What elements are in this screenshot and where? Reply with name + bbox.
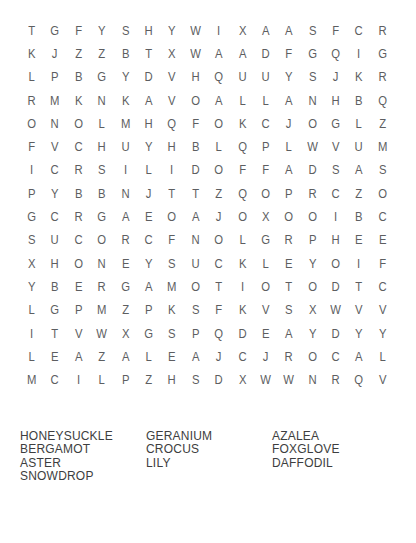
grid-cell[interactable]: F <box>184 112 206 135</box>
grid-cell[interactable]: H <box>138 19 160 42</box>
grid-cell[interactable]: W <box>91 322 113 345</box>
grid-cell[interactable]: W <box>278 368 300 391</box>
grid-cell[interactable]: D <box>255 42 277 65</box>
grid-cell[interactable]: V <box>161 89 183 112</box>
grid-cell[interactable]: G <box>44 19 66 42</box>
grid-cell[interactable]: E <box>278 252 300 275</box>
grid-cell[interactable]: K <box>161 299 183 322</box>
grid-cell[interactable]: J <box>325 66 347 89</box>
grid-cell[interactable]: B <box>184 135 206 158</box>
grid-cell[interactable]: O <box>161 205 183 228</box>
grid-cell[interactable]: F <box>278 42 300 65</box>
grid-cell[interactable]: R <box>301 182 323 205</box>
grid-cell[interactable]: I <box>231 275 253 298</box>
word-item: HONEYSUCKLE <box>20 430 113 443</box>
grid-cell[interactable]: F <box>231 159 253 182</box>
grid-cell[interactable]: R <box>278 229 300 252</box>
grid-cell[interactable]: T <box>161 182 183 205</box>
grid-cell[interactable]: O <box>184 275 206 298</box>
grid-cell[interactable]: E <box>348 229 370 252</box>
grid-cell[interactable]: S <box>161 322 183 345</box>
grid-cell[interactable]: V <box>44 135 66 158</box>
grid-cell[interactable]: K <box>21 42 43 65</box>
grid-cell[interactable]: L <box>21 66 43 89</box>
grid-cell[interactable]: C <box>44 159 66 182</box>
grid-cell[interactable]: A <box>184 345 206 368</box>
grid-cell[interactable]: M <box>161 275 183 298</box>
grid-cell[interactable]: O <box>21 112 43 135</box>
grid-cell[interactable]: Y <box>138 252 160 275</box>
grid-cell[interactable]: A <box>278 322 300 345</box>
grid-cell[interactable]: C <box>255 112 277 135</box>
grid-cell[interactable]: Y <box>372 322 394 345</box>
grid-cell[interactable]: V <box>372 299 394 322</box>
grid-cell[interactable]: I <box>348 252 370 275</box>
grid-cell[interactable]: T <box>138 42 160 65</box>
grid-cell[interactable]: L <box>208 135 230 158</box>
grid-cell[interactable]: U <box>348 135 370 158</box>
grid-cell[interactable]: Y <box>301 322 323 345</box>
grid-cell[interactable]: R <box>21 89 43 112</box>
grid-cell[interactable]: Y <box>348 322 370 345</box>
grid-cell[interactable]: S <box>91 159 113 182</box>
grid-cell[interactable]: O <box>325 252 347 275</box>
grid-cell[interactable]: C <box>231 345 253 368</box>
grid-cell[interactable]: G <box>91 66 113 89</box>
grid-cell[interactable]: N <box>91 89 113 112</box>
grid-cell[interactable]: E <box>138 205 160 228</box>
grid-cell[interactable]: A <box>138 89 160 112</box>
grid-cell[interactable]: C <box>138 229 160 252</box>
word-list-column-2: GERANIUMCROCUSLILY <box>146 430 212 470</box>
grid-cell[interactable]: J <box>255 345 277 368</box>
grid-cell[interactable]: C <box>67 229 89 252</box>
grid-cell[interactable]: O <box>301 345 323 368</box>
grid-cell[interactable]: Y <box>21 275 43 298</box>
grid-cell[interactable]: O <box>301 205 323 228</box>
grid-cell[interactable]: L <box>21 299 43 322</box>
grid-cell[interactable]: I <box>67 368 89 391</box>
grid-cell[interactable]: G <box>372 42 394 65</box>
grid-cell[interactable]: Q <box>372 89 394 112</box>
grid-cell[interactable]: J <box>138 182 160 205</box>
grid-cell[interactable]: O <box>372 182 394 205</box>
grid-cell[interactable]: Z <box>114 299 136 322</box>
grid-cell[interactable]: I <box>348 42 370 65</box>
grid-cell[interactable]: B <box>91 182 113 205</box>
grid-cell[interactable]: N <box>91 252 113 275</box>
grid-cell[interactable]: W <box>184 19 206 42</box>
grid-cell[interactable]: J <box>278 112 300 135</box>
grid-cell[interactable]: I <box>114 159 136 182</box>
grid-cell[interactable]: R <box>325 368 347 391</box>
grid-cell[interactable]: A <box>348 159 370 182</box>
grid-cell[interactable]: T <box>278 275 300 298</box>
grid-cell[interactable]: H <box>91 135 113 158</box>
grid-cell[interactable]: L <box>138 159 160 182</box>
grid-cell[interactable]: B <box>348 205 370 228</box>
grid-cell[interactable]: N <box>184 229 206 252</box>
grid-cell[interactable]: Q <box>348 368 370 391</box>
grid-cell[interactable]: O <box>208 159 230 182</box>
grid-cell[interactable]: A <box>114 205 136 228</box>
grid-cell[interactable]: S <box>184 368 206 391</box>
grid-cell[interactable]: V <box>372 368 394 391</box>
grid-cell[interactable]: A <box>278 89 300 112</box>
grid-cell[interactable]: P <box>278 182 300 205</box>
grid-cell[interactable]: D <box>138 66 160 89</box>
grid-cell[interactable]: X <box>255 205 277 228</box>
grid-cell[interactable]: S <box>325 159 347 182</box>
word-list-column-1: HONEYSUCKLEBERGAMOTASTERSNOWDROP <box>20 430 113 484</box>
grid-cell[interactable]: D <box>301 159 323 182</box>
grid-cell[interactable]: C <box>44 205 66 228</box>
grid-cell[interactable]: M <box>114 112 136 135</box>
grid-cell[interactable]: R <box>91 275 113 298</box>
grid-cell[interactable]: U <box>231 66 253 89</box>
grid-cell[interactable]: V <box>325 135 347 158</box>
grid-cell[interactable]: Q <box>231 135 253 158</box>
grid-cell[interactable]: L <box>231 229 253 252</box>
grid-cell[interactable]: N <box>44 112 66 135</box>
word-item: GERANIUM <box>146 430 212 443</box>
grid-cell[interactable]: R <box>67 205 89 228</box>
grid-cell[interactable]: C <box>348 19 370 42</box>
grid-cell[interactable]: Q <box>161 112 183 135</box>
grid-cell[interactable]: A <box>278 19 300 42</box>
grid-cell[interactable]: B <box>348 89 370 112</box>
grid-cell[interactable]: O <box>278 205 300 228</box>
grid-cell[interactable]: V <box>161 66 183 89</box>
grid-cell[interactable]: O <box>301 275 323 298</box>
grid-cell[interactable]: P <box>67 299 89 322</box>
grid-cell[interactable]: D <box>325 275 347 298</box>
grid-cell[interactable]: O <box>231 205 253 228</box>
grid-cell[interactable]: G <box>138 322 160 345</box>
word-search-page: TGFYSHYWIXAASFCRKJZZBTXWAADFGQIGLPBGYDVH… <box>0 0 416 543</box>
grid-cell[interactable]: A <box>67 345 89 368</box>
grid-cell[interactable]: U <box>184 252 206 275</box>
grid-cell[interactable]: Z <box>372 112 394 135</box>
grid-cell[interactable]: O <box>208 112 230 135</box>
grid-cell[interactable]: C <box>325 345 347 368</box>
grid-cell[interactable]: G <box>301 42 323 65</box>
grid-cell[interactable]: C <box>44 368 66 391</box>
grid-cell[interactable]: P <box>138 299 160 322</box>
grid-cell[interactable]: F <box>161 229 183 252</box>
grid-cell[interactable]: W <box>255 368 277 391</box>
grid-cell[interactable]: Y <box>301 252 323 275</box>
grid-cell[interactable]: T <box>208 275 230 298</box>
grid-cell[interactable]: Y <box>91 19 113 42</box>
grid-cell[interactable]: I <box>21 159 43 182</box>
grid-cell[interactable]: L <box>91 112 113 135</box>
grid-cell[interactable]: C <box>372 205 394 228</box>
grid-cell[interactable]: Z <box>208 182 230 205</box>
word-item: LILY <box>146 457 212 470</box>
grid-cell[interactable]: W <box>301 135 323 158</box>
grid-cell[interactable]: A <box>348 345 370 368</box>
word-item: SNOWDROP <box>20 470 113 483</box>
word-item: ASTER <box>20 457 113 470</box>
grid-cell[interactable]: R <box>372 19 394 42</box>
grid-cell[interactable]: X <box>114 322 136 345</box>
grid-cell[interactable]: O <box>184 89 206 112</box>
grid-cell[interactable]: K <box>114 89 136 112</box>
grid-cell[interactable]: R <box>67 159 89 182</box>
grid-cell[interactable]: B <box>44 275 66 298</box>
grid-cell[interactable]: X <box>21 252 43 275</box>
grid-cell[interactable]: B <box>67 66 89 89</box>
grid-cell[interactable]: S <box>278 299 300 322</box>
grid-cell[interactable]: L <box>372 345 394 368</box>
grid-cell[interactable]: D <box>231 322 253 345</box>
grid-cell[interactable]: A <box>138 275 160 298</box>
grid-cell[interactable]: K <box>231 252 253 275</box>
grid-cell[interactable]: K <box>348 66 370 89</box>
grid-cell[interactable]: H <box>325 89 347 112</box>
grid-cell[interactable]: Q <box>231 182 253 205</box>
grid-cell[interactable]: Y <box>44 182 66 205</box>
grid-cell[interactable]: U <box>44 229 66 252</box>
grid-cell[interactable]: M <box>21 368 43 391</box>
grid-cell[interactable]: O <box>67 252 89 275</box>
grid-cell[interactable]: O <box>301 112 323 135</box>
grid-cell[interactable]: P <box>255 135 277 158</box>
grid-cell[interactable]: T <box>21 19 43 42</box>
grid-cell[interactable]: F <box>67 19 89 42</box>
grid-cell[interactable]: L <box>231 89 253 112</box>
grid-cell[interactable]: T <box>348 275 370 298</box>
grid-cell[interactable]: H <box>44 252 66 275</box>
grid-cell[interactable]: T <box>184 182 206 205</box>
grid-cell[interactable]: B <box>67 182 89 205</box>
grid-cell[interactable]: S <box>184 299 206 322</box>
grid-cell[interactable]: K <box>231 112 253 135</box>
grid-cell[interactable]: Z <box>348 182 370 205</box>
grid-cell[interactable]: R <box>372 66 394 89</box>
grid-cell[interactable]: Z <box>91 345 113 368</box>
grid-cell[interactable]: H <box>325 229 347 252</box>
grid-cell[interactable]: R <box>114 229 136 252</box>
grid-cell[interactable]: G <box>44 299 66 322</box>
grid-cell[interactable]: S <box>114 19 136 42</box>
grid-cell[interactable]: A <box>255 19 277 42</box>
grid-cell[interactable]: A <box>208 42 230 65</box>
grid-cell[interactable]: U <box>255 66 277 89</box>
grid-cell[interactable]: E <box>114 252 136 275</box>
grid-cell[interactable]: I <box>208 19 230 42</box>
grid-cell[interactable]: A <box>184 205 206 228</box>
grid-cell[interactable]: F <box>21 135 43 158</box>
grid-cell[interactable]: Y <box>114 66 136 89</box>
grid-cell[interactable]: S <box>301 66 323 89</box>
grid-cell[interactable]: O <box>255 275 277 298</box>
grid-cell[interactable]: F <box>325 19 347 42</box>
grid-cell[interactable]: F <box>255 159 277 182</box>
grid-cell[interactable]: L <box>255 252 277 275</box>
grid-cell[interactable]: O <box>255 182 277 205</box>
grid-cell[interactable]: R <box>278 345 300 368</box>
word-item: DAFFODIL <box>272 457 340 470</box>
grid-cell[interactable]: E <box>67 275 89 298</box>
grid-cell[interactable]: W <box>184 42 206 65</box>
grid-cell[interactable]: Q <box>325 42 347 65</box>
grid-cell[interactable]: I <box>325 205 347 228</box>
grid-cell[interactable]: G <box>114 275 136 298</box>
grid-cell[interactable]: N <box>301 89 323 112</box>
grid-cell[interactable]: C <box>208 252 230 275</box>
word-item: CROCUS <box>146 443 212 456</box>
grid-cell[interactable]: V <box>348 299 370 322</box>
grid-cell[interactable]: A <box>114 345 136 368</box>
grid-cell[interactable]: Y <box>278 66 300 89</box>
grid-cell[interactable]: L <box>21 345 43 368</box>
grid-cell[interactable]: W <box>325 299 347 322</box>
grid-cell[interactable]: V <box>255 299 277 322</box>
word-item: BERGAMOT <box>20 443 113 456</box>
grid-cell[interactable]: S <box>372 159 394 182</box>
grid-cell[interactable]: X <box>231 368 253 391</box>
grid-cell[interactable]: H <box>138 112 160 135</box>
grid-cell[interactable]: V <box>67 322 89 345</box>
grid-cell[interactable]: E <box>372 229 394 252</box>
grid-cell[interactable]: I <box>161 159 183 182</box>
grid-cell[interactable]: Z <box>138 368 160 391</box>
grid-cell[interactable]: P <box>44 66 66 89</box>
grid-cell[interactable]: X <box>301 299 323 322</box>
grid-cell[interactable]: Z <box>91 42 113 65</box>
grid-cell[interactable]: P <box>21 182 43 205</box>
grid-cell[interactable]: N <box>301 368 323 391</box>
grid-cell[interactable]: J <box>208 345 230 368</box>
grid-cell[interactable]: G <box>91 205 113 228</box>
grid-cell[interactable]: M <box>44 89 66 112</box>
grid-cell[interactable]: M <box>91 299 113 322</box>
grid-cell[interactable]: G <box>255 229 277 252</box>
grid-cell[interactable]: E <box>255 322 277 345</box>
grid-cell[interactable]: F <box>208 299 230 322</box>
grid-cell[interactable]: O <box>67 112 89 135</box>
grid-cell[interactable]: Z <box>67 42 89 65</box>
grid-cell[interactable]: H <box>161 368 183 391</box>
grid-cell[interactable]: D <box>184 159 206 182</box>
grid-cell[interactable]: O <box>91 229 113 252</box>
grid-cell[interactable]: E <box>44 345 66 368</box>
grid-cell[interactable]: J <box>44 42 66 65</box>
grid-cell[interactable]: M <box>372 135 394 158</box>
grid-cell[interactable]: X <box>231 19 253 42</box>
word-search-grid: TGFYSHYWIXAASFCRKJZZBTXWAADFGQIGLPBGYDVH… <box>20 19 394 392</box>
grid-cell[interactable]: C <box>372 275 394 298</box>
grid-cell[interactable]: K <box>67 89 89 112</box>
grid-cell[interactable]: A <box>231 42 253 65</box>
grid-cell[interactable]: F <box>372 252 394 275</box>
grid-cell[interactable]: T <box>44 322 66 345</box>
grid-cell[interactable]: S <box>161 252 183 275</box>
grid-cell[interactable]: H <box>184 66 206 89</box>
grid-cell[interactable]: E <box>161 345 183 368</box>
grid-cell[interactable]: L <box>255 89 277 112</box>
grid-cell[interactable]: C <box>67 135 89 158</box>
grid-cell[interactable]: Q <box>208 66 230 89</box>
grid-cell[interactable]: H <box>161 135 183 158</box>
grid-cell[interactable]: X <box>161 42 183 65</box>
grid-cell[interactable]: K <box>231 299 253 322</box>
grid-cell[interactable]: G <box>325 112 347 135</box>
grid-cell[interactable]: L <box>91 368 113 391</box>
grid-cell[interactable]: A <box>208 89 230 112</box>
grid-cell[interactable]: O <box>208 229 230 252</box>
grid-cell[interactable]: L <box>138 345 160 368</box>
grid-cell[interactable]: S <box>301 19 323 42</box>
grid-cell[interactable]: P <box>114 368 136 391</box>
grid-cell[interactable]: A <box>278 159 300 182</box>
word-item: AZALEA <box>272 430 340 443</box>
grid-cell[interactable]: Y <box>161 19 183 42</box>
word-item: FOXGLOVE <box>272 443 340 456</box>
grid-cell[interactable]: B <box>114 42 136 65</box>
grid-cell[interactable]: D <box>325 322 347 345</box>
grid-cell[interactable]: N <box>114 182 136 205</box>
grid-cell[interactable]: G <box>21 205 43 228</box>
grid-cell[interactable]: I <box>21 322 43 345</box>
grid-cell[interactable]: L <box>278 135 300 158</box>
grid-cell[interactable]: U <box>114 135 136 158</box>
grid-cell[interactable]: P <box>301 229 323 252</box>
grid-cell[interactable]: Y <box>138 135 160 158</box>
word-list-column-3: AZALEAFOXGLOVEDAFFODIL <box>272 430 340 470</box>
grid-cell[interactable]: P <box>184 322 206 345</box>
grid-cell[interactable]: C <box>325 182 347 205</box>
grid-cell[interactable]: J <box>208 205 230 228</box>
grid-cell[interactable]: Q <box>208 322 230 345</box>
grid-cell[interactable]: S <box>21 229 43 252</box>
grid-cell[interactable]: L <box>348 112 370 135</box>
grid-cell[interactable]: D <box>208 368 230 391</box>
